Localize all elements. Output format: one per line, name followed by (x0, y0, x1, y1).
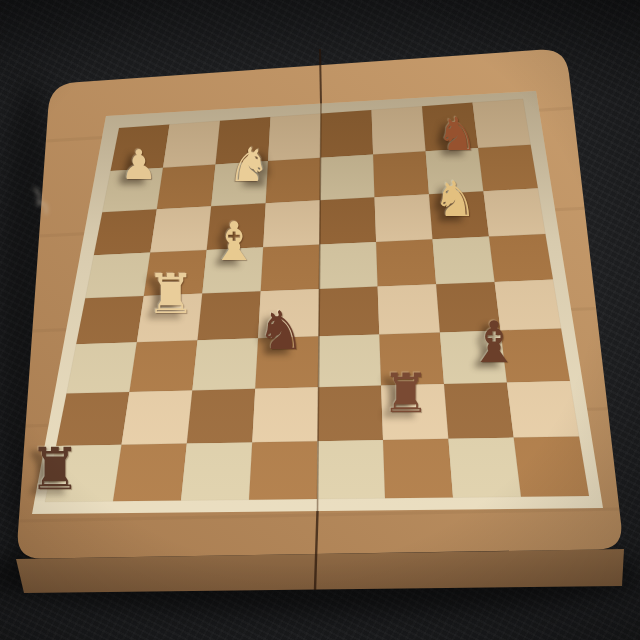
light-knight-c7[interactable]: ♞ (228, 141, 270, 188)
dark-rook-a1[interactable]: ♜ (29, 440, 81, 498)
chess-board (0, 0, 640, 640)
dark-knight-d4[interactable]: ♞ (257, 304, 305, 357)
fold-crack-top (320, 49, 321, 104)
photo-background: ♞♟♞♞♝♜♞♝♜♜ (0, 0, 640, 640)
board-lighting (32, 91, 603, 514)
light-pawn-a7[interactable]: ♟ (121, 145, 158, 186)
dark-knight-g8[interactable]: ♞ (436, 111, 477, 157)
light-knight-g6[interactable]: ♞ (433, 175, 477, 224)
dark-bishop-g3[interactable]: ♝ (468, 314, 519, 371)
dark-rook-f2[interactable]: ♜ (382, 367, 430, 421)
light-bishop-c5[interactable]: ♝ (210, 215, 258, 268)
light-rook-b4[interactable]: ♜ (146, 267, 195, 322)
